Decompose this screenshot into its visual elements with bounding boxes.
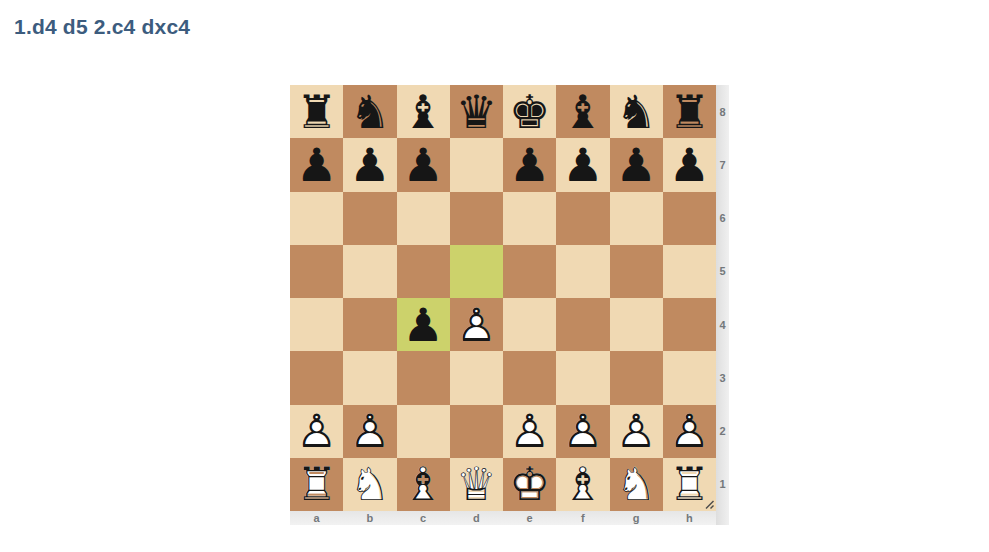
black-piece-glyph: ♞ [343, 85, 396, 138]
square-f8[interactable]: ♝ [556, 85, 609, 138]
square-h6[interactable] [663, 192, 716, 245]
white-pawn-f2[interactable]: ♟♙ [556, 405, 609, 458]
square-b2[interactable]: ♟♙ [343, 405, 396, 458]
white-pawn-e2[interactable]: ♟♙ [503, 405, 556, 458]
square-d5[interactable] [450, 245, 503, 298]
square-d4[interactable]: ♟♙ [450, 298, 503, 351]
black-piece-glyph: ♝ [397, 85, 450, 138]
black-piece-glyph: ♟ [556, 138, 609, 191]
white-pawn-d4[interactable]: ♟♙ [450, 298, 503, 351]
black-piece-glyph: ♟ [610, 138, 663, 191]
square-f1[interactable]: ♝♗ [556, 458, 609, 511]
file-label-g: g [610, 511, 663, 525]
black-pawn-a7[interactable]: ♟ [290, 138, 343, 191]
black-pawn-g7[interactable]: ♟ [610, 138, 663, 191]
file-label-b: b [343, 511, 396, 525]
black-rook-a8[interactable]: ♜ [290, 85, 343, 138]
white-rook-a1[interactable]: ♜♖ [290, 458, 343, 511]
black-piece-glyph: ♟ [397, 298, 450, 351]
square-b1[interactable]: ♞♘ [343, 458, 396, 511]
black-piece-glyph: ♟ [290, 138, 343, 191]
square-h4[interactable] [663, 298, 716, 351]
black-knight-b8[interactable]: ♞ [343, 85, 396, 138]
move-list: 1.d4 d5 2.c4 dxc4 [14, 15, 190, 39]
white-piece-outline: ♙ [663, 405, 716, 458]
black-pawn-f7[interactable]: ♟ [556, 138, 609, 191]
square-d2[interactable] [450, 405, 503, 458]
square-e6[interactable] [503, 192, 556, 245]
rank-label-2: 2 [716, 405, 729, 458]
black-piece-glyph: ♚ [503, 85, 556, 138]
square-d8[interactable]: ♛ [450, 85, 503, 138]
black-pawn-e7[interactable]: ♟ [503, 138, 556, 191]
square-a4[interactable] [290, 298, 343, 351]
square-e7[interactable]: ♟ [503, 138, 556, 191]
square-c7[interactable]: ♟ [397, 138, 450, 191]
file-label-d: d [450, 511, 503, 525]
white-piece-outline: ♔ [503, 458, 556, 511]
black-king-e8[interactable]: ♚ [503, 85, 556, 138]
board-resize-handle-icon[interactable] [703, 498, 715, 510]
white-queen-d1[interactable]: ♛♕ [450, 458, 503, 511]
square-b6[interactable] [343, 192, 396, 245]
white-piece-outline: ♙ [556, 405, 609, 458]
white-bishop-c1[interactable]: ♝♗ [397, 458, 450, 511]
white-piece-outline: ♗ [397, 458, 450, 511]
white-pawn-b2[interactable]: ♟♙ [343, 405, 396, 458]
square-f3[interactable] [556, 351, 609, 404]
square-b7[interactable]: ♟ [343, 138, 396, 191]
square-g4[interactable] [610, 298, 663, 351]
rank-label-4: 4 [716, 298, 729, 351]
white-knight-b1[interactable]: ♞♘ [343, 458, 396, 511]
square-c1[interactable]: ♝♗ [397, 458, 450, 511]
rank-labels: 87654321 [716, 85, 729, 525]
white-piece-outline: ♘ [343, 458, 396, 511]
square-e3[interactable] [503, 351, 556, 404]
white-piece-outline: ♙ [343, 405, 396, 458]
square-c8[interactable]: ♝ [397, 85, 450, 138]
square-d6[interactable] [450, 192, 503, 245]
square-f4[interactable] [556, 298, 609, 351]
square-g6[interactable] [610, 192, 663, 245]
chess-board-container: ♜♞♝♛♚♝♞♜♟♟♟♟♟♟♟♟♟♙♟♙♟♙♟♙♟♙♟♙♟♙♜♖♞♘♝♗♛♕♚♔… [290, 85, 729, 525]
rank-label-6: 6 [716, 192, 729, 245]
square-g1[interactable]: ♞♘ [610, 458, 663, 511]
square-b8[interactable]: ♞ [343, 85, 396, 138]
black-piece-glyph: ♞ [610, 85, 663, 138]
black-piece-glyph: ♝ [556, 85, 609, 138]
white-piece-outline: ♙ [503, 405, 556, 458]
black-piece-glyph: ♟ [503, 138, 556, 191]
square-h8[interactable]: ♜ [663, 85, 716, 138]
white-pawn-h2[interactable]: ♟♙ [663, 405, 716, 458]
square-c3[interactable] [397, 351, 450, 404]
white-piece-outline: ♖ [290, 458, 343, 511]
square-d7[interactable] [450, 138, 503, 191]
square-h5[interactable] [663, 245, 716, 298]
rank-label-5: 5 [716, 245, 729, 298]
rank-label-7: 7 [716, 138, 729, 191]
black-piece-glyph: ♜ [290, 85, 343, 138]
square-e5[interactable] [503, 245, 556, 298]
rank-label-3: 3 [716, 351, 729, 404]
square-d3[interactable] [450, 351, 503, 404]
square-f2[interactable]: ♟♙ [556, 405, 609, 458]
file-label-a: a [290, 511, 343, 525]
square-h3[interactable] [663, 351, 716, 404]
white-piece-outline: ♕ [450, 458, 503, 511]
rank-label-8: 8 [716, 85, 729, 138]
square-g2[interactable]: ♟♙ [610, 405, 663, 458]
white-piece-outline: ♘ [610, 458, 663, 511]
square-e4[interactable] [503, 298, 556, 351]
white-piece-outline: ♙ [610, 405, 663, 458]
square-f6[interactable] [556, 192, 609, 245]
white-bishop-f1[interactable]: ♝♗ [556, 458, 609, 511]
square-a8[interactable]: ♜ [290, 85, 343, 138]
chess-board: ♜♞♝♛♚♝♞♜♟♟♟♟♟♟♟♟♟♙♟♙♟♙♟♙♟♙♟♙♟♙♜♖♞♘♝♗♛♕♚♔… [290, 85, 716, 511]
file-label-f: f [556, 511, 609, 525]
black-piece-glyph: ♜ [663, 85, 716, 138]
square-g8[interactable]: ♞ [610, 85, 663, 138]
square-b4[interactable] [343, 298, 396, 351]
white-piece-outline: ♙ [290, 405, 343, 458]
square-h2[interactable]: ♟♙ [663, 405, 716, 458]
square-a2[interactable]: ♟♙ [290, 405, 343, 458]
white-king-e1[interactable]: ♚♔ [503, 458, 556, 511]
square-c5[interactable] [397, 245, 450, 298]
square-c4[interactable]: ♟ [397, 298, 450, 351]
file-labels: abcdefgh [290, 511, 716, 525]
square-f7[interactable]: ♟ [556, 138, 609, 191]
rank-label-1: 1 [716, 458, 729, 511]
white-piece-outline: ♙ [450, 298, 503, 351]
black-pawn-c4[interactable]: ♟ [397, 298, 450, 351]
square-e1[interactable]: ♚♔ [503, 458, 556, 511]
file-label-c: c [397, 511, 450, 525]
square-f5[interactable] [556, 245, 609, 298]
black-pawn-b7[interactable]: ♟ [343, 138, 396, 191]
square-a7[interactable]: ♟ [290, 138, 343, 191]
white-knight-g1[interactable]: ♞♘ [610, 458, 663, 511]
square-a3[interactable] [290, 351, 343, 404]
black-rook-h8[interactable]: ♜ [663, 85, 716, 138]
black-bishop-f8[interactable]: ♝ [556, 85, 609, 138]
black-bishop-c8[interactable]: ♝ [397, 85, 450, 138]
square-d1[interactable]: ♛♕ [450, 458, 503, 511]
file-label-e: e [503, 511, 556, 525]
black-piece-glyph: ♟ [663, 138, 716, 191]
black-knight-g8[interactable]: ♞ [610, 85, 663, 138]
black-piece-glyph: ♟ [397, 138, 450, 191]
black-pawn-h7[interactable]: ♟ [663, 138, 716, 191]
square-h7[interactable]: ♟ [663, 138, 716, 191]
black-piece-glyph: ♛ [450, 85, 503, 138]
black-pawn-c7[interactable]: ♟ [397, 138, 450, 191]
square-b5[interactable] [343, 245, 396, 298]
white-pawn-a2[interactable]: ♟♙ [290, 405, 343, 458]
black-queen-d8[interactable]: ♛ [450, 85, 503, 138]
square-e8[interactable]: ♚ [503, 85, 556, 138]
file-label-h: h [663, 511, 716, 525]
square-c6[interactable] [397, 192, 450, 245]
square-a1[interactable]: ♜♖ [290, 458, 343, 511]
square-b3[interactable] [343, 351, 396, 404]
black-piece-glyph: ♟ [343, 138, 396, 191]
square-a6[interactable] [290, 192, 343, 245]
square-g7[interactable]: ♟ [610, 138, 663, 191]
white-piece-outline: ♗ [556, 458, 609, 511]
square-a5[interactable] [290, 245, 343, 298]
square-c2[interactable] [397, 405, 450, 458]
white-pawn-g2[interactable]: ♟♙ [610, 405, 663, 458]
square-g5[interactable] [610, 245, 663, 298]
square-e2[interactable]: ♟♙ [503, 405, 556, 458]
square-g3[interactable] [610, 351, 663, 404]
